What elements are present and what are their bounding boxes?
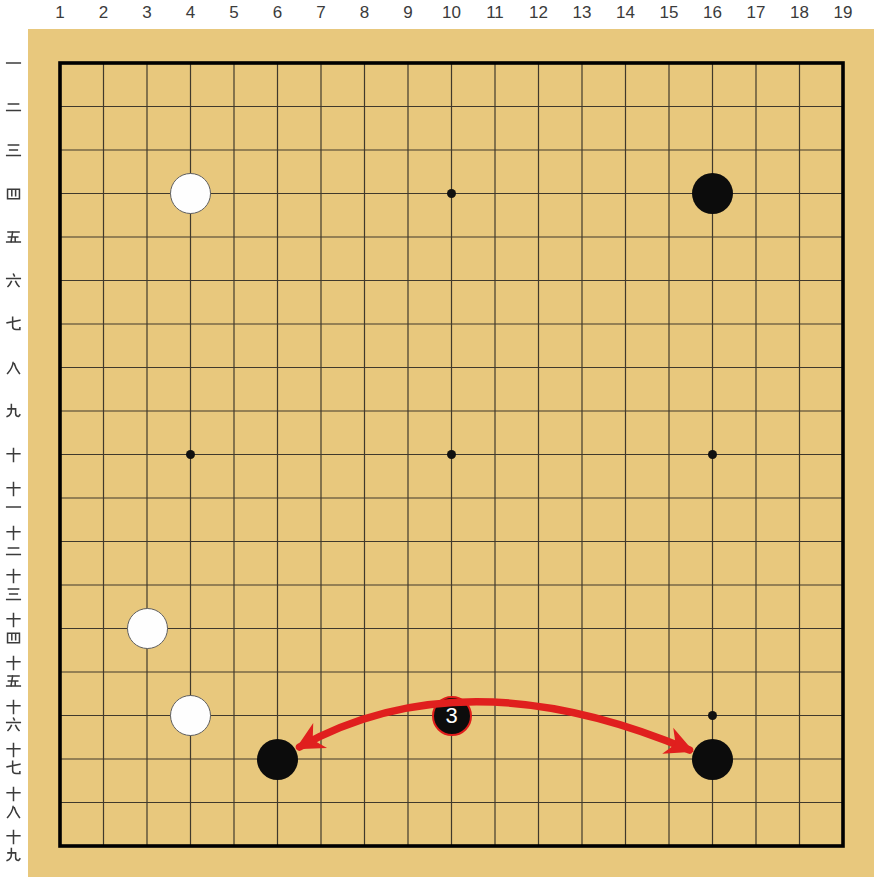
row-label-19 <box>0 829 27 864</box>
white-stone-4-16 <box>170 695 211 736</box>
column-label-9: 9 <box>386 1 430 25</box>
row-label-14 <box>0 611 27 646</box>
row-label-11 <box>0 481 27 516</box>
cjk-numeral <box>5 316 22 333</box>
cjk-numeral <box>5 98 22 115</box>
cjk-numeral <box>5 542 22 559</box>
cjk-numeral <box>5 524 22 541</box>
cjk-numeral <box>5 403 22 420</box>
cjk-numeral <box>5 446 22 463</box>
cjk-numeral <box>5 785 22 802</box>
black-stone-16-17 <box>692 739 733 780</box>
column-label-18: 18 <box>778 1 822 25</box>
column-label-1: 1 <box>38 1 82 25</box>
cjk-numeral <box>5 655 22 672</box>
row-label-12 <box>0 524 27 559</box>
cjk-numeral <box>5 629 22 646</box>
column-label-17: 17 <box>734 1 778 25</box>
row-label-16 <box>0 698 27 733</box>
column-label-15: 15 <box>647 1 691 25</box>
column-label-11: 11 <box>473 1 517 25</box>
cjk-numeral <box>5 272 22 289</box>
column-label-16: 16 <box>691 1 735 25</box>
column-label-5: 5 <box>212 1 256 25</box>
column-label-6: 6 <box>256 1 300 25</box>
row-label-5 <box>0 229 27 246</box>
cjk-numeral <box>5 586 22 603</box>
cjk-numeral <box>5 673 22 690</box>
row-label-1 <box>0 55 27 72</box>
cjk-numeral <box>5 55 22 72</box>
stones-layer: 3 <box>38 41 865 868</box>
black-stone-10-16-move-3: 3 <box>432 696 472 736</box>
row-label-10 <box>0 446 27 463</box>
row-label-13 <box>0 568 27 603</box>
row-label-8 <box>0 359 27 376</box>
white-stone-3-14 <box>127 608 168 649</box>
row-label-15 <box>0 655 27 690</box>
column-label-10: 10 <box>430 1 474 25</box>
cjk-numeral <box>5 760 22 777</box>
row-label-4 <box>0 185 27 202</box>
black-stone-16-4 <box>692 173 733 214</box>
cjk-numeral <box>5 611 22 628</box>
row-label-17 <box>0 742 27 777</box>
cjk-numeral <box>5 481 22 498</box>
move-number-label: 3 <box>445 705 457 727</box>
column-label-8: 8 <box>343 1 387 25</box>
column-label-19: 19 <box>821 1 865 25</box>
black-stone-6-17 <box>257 739 298 780</box>
page: { "game": "go", "board": { "size": 19, "… <box>0 0 874 877</box>
column-label-14: 14 <box>604 1 648 25</box>
cjk-numeral <box>5 716 22 733</box>
column-label-13: 13 <box>560 1 604 25</box>
column-label-2: 2 <box>82 1 126 25</box>
cjk-numeral <box>5 803 22 820</box>
cjk-numeral <box>5 499 22 516</box>
row-label-2 <box>0 98 27 115</box>
cjk-numeral <box>5 568 22 585</box>
cjk-numeral <box>5 847 22 864</box>
cjk-numeral <box>5 698 22 715</box>
cjk-numeral <box>5 229 22 246</box>
column-label-3: 3 <box>125 1 169 25</box>
column-label-7: 7 <box>299 1 343 25</box>
row-label-3 <box>0 142 27 159</box>
row-label-18 <box>0 785 27 820</box>
cjk-numeral <box>5 142 22 159</box>
white-stone-4-4 <box>170 173 211 214</box>
cjk-numeral <box>5 185 22 202</box>
row-label-6 <box>0 272 27 289</box>
column-label-4: 4 <box>169 1 213 25</box>
column-label-12: 12 <box>517 1 561 25</box>
row-label-9 <box>0 403 27 420</box>
row-label-7 <box>0 316 27 333</box>
cjk-numeral <box>5 742 22 759</box>
cjk-numeral <box>5 829 22 846</box>
cjk-numeral <box>5 359 22 376</box>
